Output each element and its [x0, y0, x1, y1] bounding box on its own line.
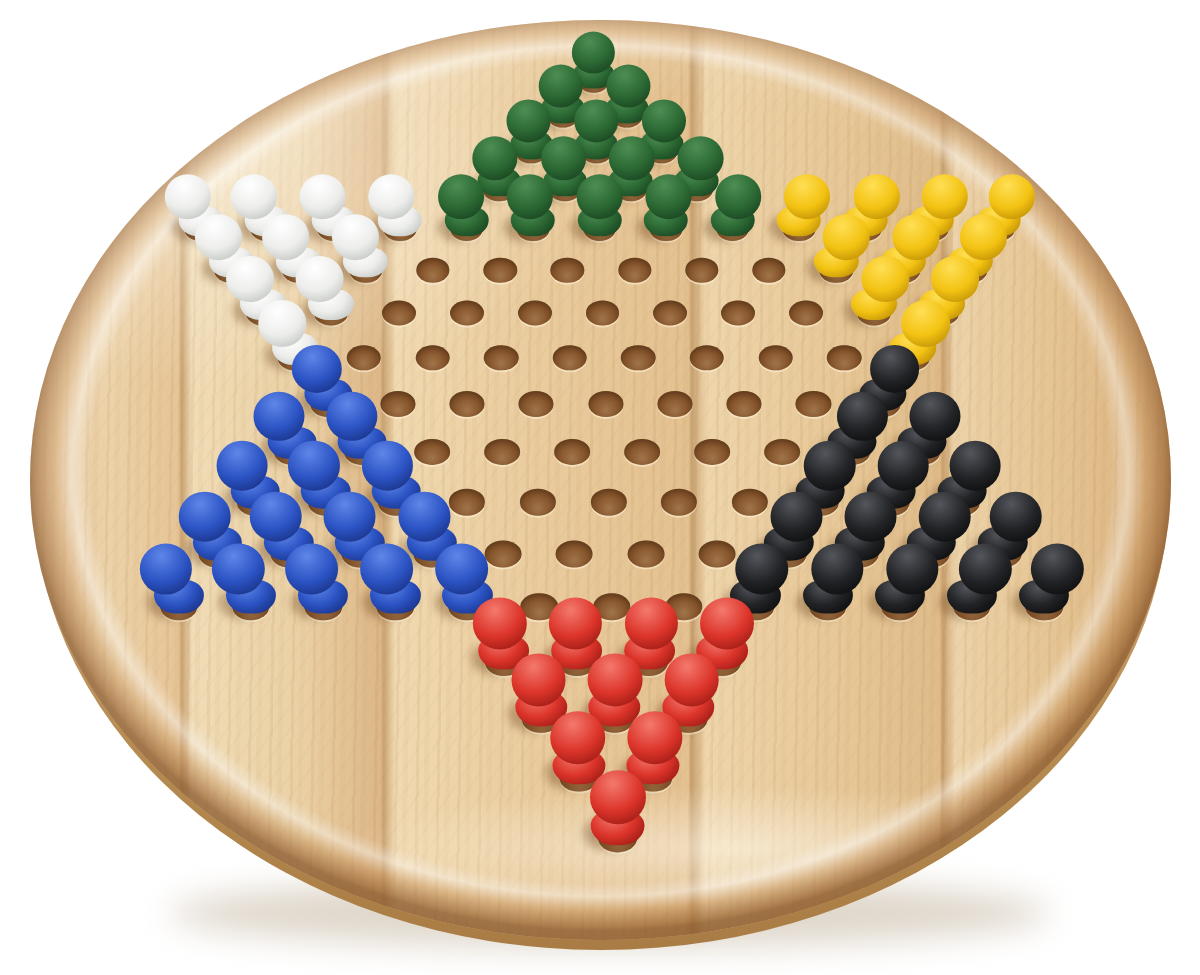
peg-head — [715, 174, 761, 219]
peg-head — [231, 174, 277, 219]
peg-head — [804, 441, 855, 491]
peg-blue[interactable] — [293, 544, 352, 614]
hole[interactable] — [621, 345, 656, 370]
peg-head — [507, 174, 553, 219]
peg-blue[interactable] — [221, 544, 280, 614]
star-grid — [0, 0, 1200, 975]
peg-green[interactable] — [573, 174, 625, 236]
hole[interactable] — [661, 489, 697, 516]
peg-head — [254, 392, 304, 441]
hole[interactable] — [552, 345, 587, 370]
peg-head — [862, 256, 910, 303]
peg-head — [625, 598, 679, 650]
peg-green[interactable] — [640, 174, 692, 236]
peg-head — [878, 441, 929, 491]
peg-head — [784, 174, 830, 219]
peg-head — [931, 256, 979, 303]
peg-head — [299, 174, 345, 219]
hole[interactable] — [690, 345, 725, 370]
hole[interactable] — [518, 300, 552, 325]
hole[interactable] — [520, 489, 556, 516]
peg-head — [435, 544, 488, 595]
peg-head — [327, 392, 377, 441]
peg-blue[interactable] — [149, 544, 208, 614]
hole[interactable] — [484, 439, 520, 465]
peg-head — [262, 214, 309, 260]
peg-head — [473, 598, 527, 650]
peg-head — [332, 214, 379, 260]
hole[interactable] — [627, 540, 664, 567]
peg-head — [139, 544, 192, 595]
hole[interactable] — [624, 439, 660, 465]
peg-head — [288, 441, 339, 491]
peg-head — [590, 770, 646, 824]
peg-head — [837, 392, 887, 441]
peg-head — [910, 392, 960, 441]
hole[interactable] — [657, 391, 692, 417]
hole[interactable] — [415, 345, 450, 370]
peg-head — [511, 653, 565, 706]
hole[interactable] — [694, 439, 730, 465]
peg-head — [870, 345, 920, 393]
hole[interactable] — [685, 258, 718, 283]
peg-head — [901, 300, 950, 347]
peg-head — [960, 214, 1007, 260]
hole[interactable] — [758, 345, 793, 370]
peg-head — [853, 174, 899, 219]
hole[interactable] — [653, 300, 687, 325]
hole[interactable] — [484, 258, 517, 283]
hole[interactable] — [450, 300, 484, 325]
peg-head — [892, 214, 939, 260]
peg-head — [811, 544, 864, 595]
peg-head — [576, 174, 622, 219]
peg-head — [362, 441, 413, 491]
hole[interactable] — [590, 489, 626, 516]
hole[interactable] — [382, 300, 416, 325]
peg-head — [845, 491, 897, 541]
hole[interactable] — [721, 300, 755, 325]
peg-head — [959, 544, 1012, 595]
peg-head — [922, 174, 968, 219]
peg-green[interactable] — [706, 174, 758, 236]
peg-head — [736, 544, 789, 595]
hole[interactable] — [484, 345, 519, 370]
peg-head — [664, 653, 718, 706]
peg-head — [164, 174, 210, 219]
peg-head — [360, 544, 413, 595]
peg-head — [549, 598, 603, 650]
peg-head — [324, 491, 376, 541]
peg-black[interactable] — [870, 544, 929, 614]
hole[interactable] — [618, 258, 651, 283]
peg-black[interactable] — [942, 544, 1001, 614]
peg-head — [212, 544, 265, 595]
peg-head — [988, 174, 1034, 219]
peg-head — [918, 491, 970, 541]
peg-green[interactable] — [440, 174, 492, 236]
hole[interactable] — [554, 439, 590, 465]
peg-head — [550, 711, 605, 765]
peg-green[interactable] — [507, 174, 559, 236]
peg-head — [285, 544, 338, 595]
hole[interactable] — [727, 391, 762, 417]
peg-head — [292, 345, 342, 393]
peg-black[interactable] — [1014, 544, 1073, 614]
hole[interactable] — [416, 258, 449, 283]
peg-head — [628, 711, 683, 765]
peg-head — [886, 544, 939, 595]
scene — [0, 0, 1200, 975]
peg-head — [250, 491, 302, 541]
hole[interactable] — [789, 300, 823, 325]
hole[interactable] — [588, 391, 623, 417]
peg-black[interactable] — [798, 544, 857, 614]
peg-head — [216, 441, 267, 491]
hole[interactable] — [752, 258, 785, 283]
peg-head — [822, 214, 869, 260]
peg-head — [645, 174, 691, 219]
peg-head — [949, 441, 1000, 491]
peg-head — [700, 598, 754, 650]
hole[interactable] — [449, 391, 484, 417]
peg-head — [368, 174, 414, 219]
hole[interactable] — [519, 391, 554, 417]
peg-head — [1031, 544, 1084, 595]
hole[interactable] — [551, 258, 584, 283]
peg-red[interactable] — [586, 770, 649, 845]
peg-head — [770, 491, 822, 541]
peg-head — [195, 214, 242, 260]
peg-blue[interactable] — [365, 544, 424, 614]
peg-head — [178, 491, 230, 541]
peg-head — [588, 653, 642, 706]
peg-head — [226, 256, 274, 303]
hole[interactable] — [586, 300, 620, 325]
hole[interactable] — [556, 540, 593, 567]
peg-head — [438, 174, 484, 219]
peg-head — [398, 491, 450, 541]
peg-head — [990, 491, 1042, 541]
peg-head — [295, 256, 343, 303]
peg-head — [258, 300, 307, 347]
